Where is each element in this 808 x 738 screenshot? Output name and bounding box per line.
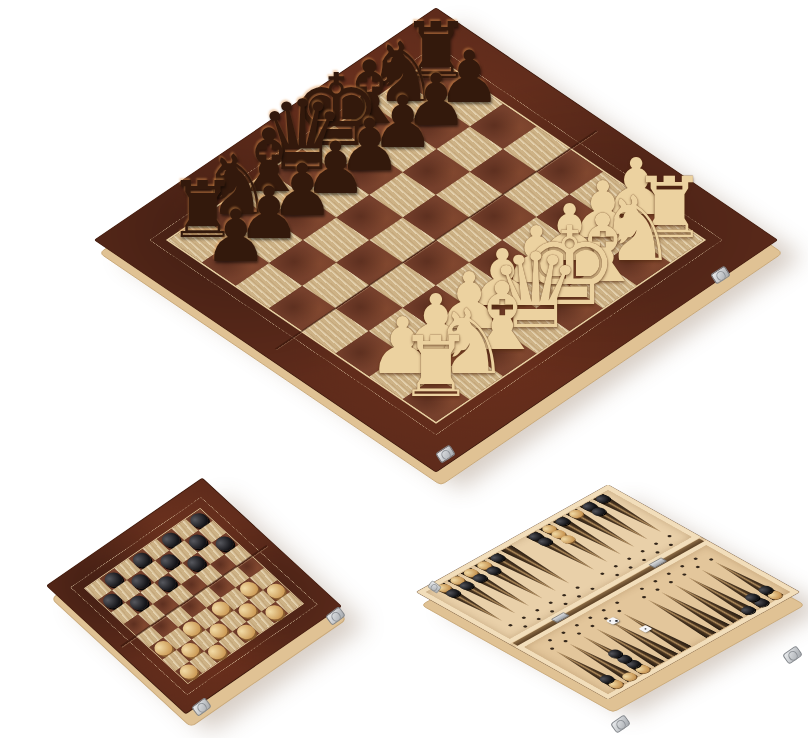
drilled-dot: [549, 610, 555, 613]
drilled-dot: [534, 609, 540, 612]
die-pip: [608, 620, 612, 622]
drilled-dot: [653, 580, 659, 583]
drilled-dot: [681, 573, 687, 576]
drilled-dot: [708, 558, 714, 561]
drilled-dot: [668, 581, 674, 584]
drilled-dot: [639, 587, 645, 590]
backgammon-board: [472, 456, 744, 728]
drilled-dot: [653, 542, 659, 545]
drilled-dot: [590, 587, 596, 590]
drilled-dot: [654, 588, 660, 591]
drilled-dot: [626, 557, 632, 560]
drilled-dot: [549, 647, 555, 650]
square-a1: ♜: [403, 376, 470, 421]
drilled-dot: [561, 594, 567, 597]
drilled-dot: [574, 586, 580, 589]
die-pip: [614, 620, 618, 622]
checkers-board: [89, 491, 299, 701]
product-photo: ♜♞♝♛♚♝♞♜♟♟♟♟♟♟♟♟♟♟♟♟♟♟♟♟♜♞♝♛♚♝♞♜: [0, 0, 808, 738]
drilled-dot: [507, 624, 513, 627]
drilled-dot: [628, 566, 634, 569]
drilled-dot: [668, 543, 674, 546]
drilled-dot: [641, 596, 647, 599]
black-pawn-a7: ♟: [192, 199, 278, 271]
checkers-board-face: [46, 477, 342, 714]
drilled-dot: [639, 550, 645, 553]
drilled-dot: [614, 573, 620, 576]
drilled-dot: [576, 632, 582, 635]
drilled-dot: [695, 566, 701, 569]
drilled-dot: [693, 557, 699, 560]
chess-board-face: ♜♞♝♛♚♝♞♜♟♟♟♟♟♟♟♟♟♟♟♟♟♟♟♟♜♞♝♛♚♝♞♜: [94, 7, 778, 472]
drilled-dot: [522, 625, 528, 628]
drilled-dot: [679, 565, 685, 568]
drilled-dot: [613, 565, 619, 568]
drilled-dot: [614, 601, 620, 604]
die-pip: [644, 628, 648, 630]
drilled-dot: [666, 572, 672, 575]
metal-clasp-icon: [782, 645, 803, 665]
backgammon-board-face: [416, 484, 801, 699]
drilled-dot: [548, 601, 554, 604]
drilled-dot: [666, 535, 672, 538]
chess-board: ♜♞♝♛♚♝♞♜♟♟♟♟♟♟♟♟♟♟♟♟♟♟♟♟♜♞♝♛♚♝♞♜: [194, 0, 678, 482]
drilled-dot: [589, 625, 595, 628]
white-rook-a1: ♜: [386, 325, 487, 409]
drilled-dot: [536, 617, 542, 620]
drilled-dot: [574, 624, 580, 627]
drilled-dot: [655, 551, 661, 554]
drilled-dot: [547, 639, 553, 642]
drilled-dot: [601, 609, 607, 612]
drilled-dot: [562, 640, 568, 643]
drilled-dot: [576, 595, 582, 598]
drilled-dot: [587, 616, 593, 619]
drilled-dot: [561, 631, 567, 634]
drilled-dot: [563, 602, 569, 605]
drilled-dot: [616, 610, 622, 613]
drilled-dot: [521, 616, 527, 619]
drilled-dot: [599, 572, 605, 575]
drilled-dot: [641, 558, 647, 561]
